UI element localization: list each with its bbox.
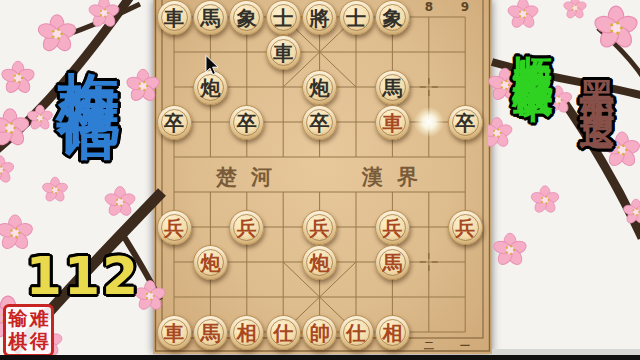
piece-象-file7-rank0[interactable]: 象: [375, 0, 410, 35]
series-title: 梅花谱: [46, 22, 130, 58]
piece-仕-file4-rank9[interactable]: 仕: [266, 315, 301, 350]
piece-馬-file2-rank9[interactable]: 馬: [193, 315, 228, 350]
video-thumbnail: 8 9 二 一 楚河 漢界 車馬象士將士象車炮炮馬卒卒卒車卒兵兵兵兵兵炮炮馬車馬…: [0, 0, 640, 360]
seal-char: 输: [8, 308, 27, 330]
piece-卒-file3-rank3[interactable]: 卒: [229, 105, 264, 140]
piece-車-file4-rank1[interactable]: 車: [266, 35, 301, 70]
piece-卒-file1-rank3[interactable]: 卒: [157, 105, 192, 140]
file-label-yi: 一: [450, 339, 480, 353]
seal-char: 得: [30, 331, 49, 353]
piece-仕-file6-rank9[interactable]: 仕: [339, 315, 374, 350]
piece-炮-file5-rank2[interactable]: 炮: [302, 70, 337, 105]
piece-馬-file7-rank7[interactable]: 馬: [375, 245, 410, 280]
piece-兵-file7-rank6[interactable]: 兵: [375, 210, 410, 245]
piece-相-file7-rank9[interactable]: 相: [375, 315, 410, 350]
piece-車-file1-rank0[interactable]: 車: [157, 0, 192, 35]
piece-兵-file1-rank6[interactable]: 兵: [157, 210, 192, 245]
piece-車-file1-rank9[interactable]: 車: [157, 315, 192, 350]
move-title: 黑车四退二2: [572, 52, 619, 157]
piece-士-file6-rank0[interactable]: 士: [339, 0, 374, 35]
piece-兵-file9-rank6[interactable]: 兵: [448, 210, 483, 245]
xiangqi-board[interactable]: 8 9 二 一 楚河 漢界 車馬象士將士象車炮炮馬卒卒卒車卒兵兵兵兵兵炮炮馬車馬…: [153, 0, 492, 354]
piece-兵-file5-rank6[interactable]: 兵: [302, 210, 337, 245]
file-label-er: 二: [414, 339, 444, 353]
file-label-8: 8: [414, 0, 444, 14]
river-label-left: 楚河: [203, 163, 299, 191]
bottom-black-bar: [0, 355, 640, 360]
file-label-9: 9: [450, 0, 480, 14]
piece-炮-file2-rank7[interactable]: 炮: [193, 245, 228, 280]
last-move-highlight: [414, 107, 444, 137]
piece-馬-file7-rank2[interactable]: 馬: [375, 70, 410, 105]
piece-兵-file3-rank6[interactable]: 兵: [229, 210, 264, 245]
piece-相-file3-rank9[interactable]: 相: [229, 315, 264, 350]
mouse-cursor: [205, 55, 221, 77]
piece-帥-file5-rank9[interactable]: 帥: [302, 315, 337, 350]
piece-馬-file2-rank0[interactable]: 馬: [193, 0, 228, 35]
piece-卒-file9-rank3[interactable]: 卒: [448, 105, 483, 140]
river-label-right: 漢界: [349, 163, 445, 191]
piece-象-file3-rank0[interactable]: 象: [229, 0, 264, 35]
seal-char: 棋: [8, 331, 27, 353]
piece-車-file7-rank3[interactable]: 車: [375, 105, 410, 140]
piece-卒-file5-rank3[interactable]: 卒: [302, 105, 337, 140]
piece-炮-file5-rank7[interactable]: 炮: [302, 245, 337, 280]
opening-title: 顺炮直车破横车: [505, 24, 560, 52]
seal-char: 难: [30, 308, 49, 330]
episode-number: 112: [18, 246, 148, 306]
piece-將-file5-rank0[interactable]: 將: [302, 0, 337, 35]
seal-stamp: 输 难 棋 得: [3, 304, 54, 357]
piece-士-file4-rank0[interactable]: 士: [266, 0, 301, 35]
